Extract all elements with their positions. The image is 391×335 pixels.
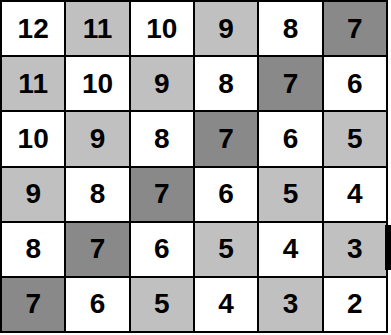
cell-r1c2[interactable]: 11 <box>66 2 128 55</box>
cell-r1c3[interactable]: 10 <box>131 2 193 55</box>
number-grid-board: 1211109871110987610987659876548765437654… <box>0 0 388 333</box>
cell-r3c5[interactable]: 6 <box>259 112 321 165</box>
cell-r5c4[interactable]: 5 <box>195 223 257 276</box>
cell-r5c3[interactable]: 6 <box>131 223 193 276</box>
cell-r1c5[interactable]: 8 <box>259 2 321 55</box>
cell-r2c3[interactable]: 9 <box>131 57 193 110</box>
cell-r3c4[interactable]: 7 <box>195 112 257 165</box>
cell-r6c6[interactable]: 2 <box>324 278 386 331</box>
cell-r6c4[interactable]: 4 <box>195 278 257 331</box>
cell-r4c1[interactable]: 9 <box>2 168 64 221</box>
cell-r4c4[interactable]: 6 <box>195 168 257 221</box>
cell-r3c6[interactable]: 5 <box>324 112 386 165</box>
cell-r6c2[interactable]: 6 <box>66 278 128 331</box>
cell-r6c5[interactable]: 3 <box>259 278 321 331</box>
cell-r2c2[interactable]: 10 <box>66 57 128 110</box>
cell-r4c3[interactable]: 7 <box>131 168 193 221</box>
cell-r2c1[interactable]: 11 <box>2 57 64 110</box>
cell-r1c1[interactable]: 12 <box>2 2 64 55</box>
cell-r2c6[interactable]: 6 <box>324 57 386 110</box>
cell-r5c6[interactable]: 3 <box>324 223 386 276</box>
cell-r6c3[interactable]: 5 <box>131 278 193 331</box>
cell-r1c4[interactable]: 9 <box>195 2 257 55</box>
cell-r5c5[interactable]: 4 <box>259 223 321 276</box>
cell-r3c3[interactable]: 8 <box>131 112 193 165</box>
text-caret <box>385 225 391 270</box>
cell-r2c5[interactable]: 7 <box>259 57 321 110</box>
cell-r3c1[interactable]: 10 <box>2 112 64 165</box>
cell-r4c5[interactable]: 5 <box>259 168 321 221</box>
cell-r2c4[interactable]: 8 <box>195 57 257 110</box>
cell-r5c2[interactable]: 7 <box>66 223 128 276</box>
cell-r5c1[interactable]: 8 <box>2 223 64 276</box>
cell-r4c2[interactable]: 8 <box>66 168 128 221</box>
cell-r6c1[interactable]: 7 <box>2 278 64 331</box>
cell-r3c2[interactable]: 9 <box>66 112 128 165</box>
puzzle-stage: 1211109871110987610987659876548765437654… <box>0 0 391 335</box>
cell-r4c6[interactable]: 4 <box>324 168 386 221</box>
cell-r1c6[interactable]: 7 <box>324 2 386 55</box>
